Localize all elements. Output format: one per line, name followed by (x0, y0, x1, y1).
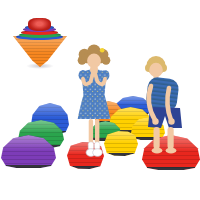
girl-leg-right (95, 119, 99, 144)
boy-leg-left (154, 127, 160, 149)
girl-shoe-right (93, 149, 103, 157)
boy-foot-left (152, 148, 163, 154)
boy-hand-left (152, 118, 158, 124)
product-photo (0, 0, 200, 200)
stack-top-red (28, 18, 51, 31)
girl-figure (70, 44, 118, 166)
girl-leg-left (89, 119, 93, 144)
child-boy (136, 53, 196, 165)
boy-foot-right (166, 148, 177, 154)
boy-hand-right (168, 118, 174, 124)
boy-leg-right (168, 127, 174, 149)
boy-figure (136, 53, 196, 165)
girl-hands (90, 64, 98, 74)
child-girl (70, 44, 118, 166)
girl-hair-clip (100, 48, 105, 53)
